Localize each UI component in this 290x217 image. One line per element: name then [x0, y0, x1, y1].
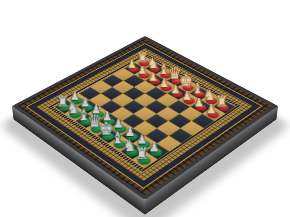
piece-red-gold-pawn-a7: ♟	[127, 60, 136, 70]
product-photo-scene: ♜♞♝♛♚♝♞♜♟♟♟♟♟♟♟♟♟♟♟♟♟♟♟♟♜♞♝♛♚♝♞♜	[0, 0, 290, 217]
piece-green-silver-pawn-h2: ♟	[149, 141, 160, 153]
piece-red-gold-pawn-b7: ♟	[138, 66, 147, 76]
chess-board: ♜♞♝♛♚♝♞♜♟♟♟♟♟♟♟♟♟♟♟♟♟♟♟♟♜♞♝♛♚♝♞♜	[53, 56, 236, 168]
piece-red-gold-pawn-h7: ♟	[206, 104, 216, 115]
piece-red-gold-pawn-d7: ♟	[159, 78, 169, 89]
piece-red-gold-bishop-f8: ♝	[192, 81, 204, 95]
square-f5	[156, 107, 179, 121]
square-h8: ♜	[213, 100, 236, 114]
chess-case: ♜♞♝♛♚♝♞♜♟♟♟♟♟♟♟♟♟♟♟♟♟♟♟♟♜♞♝♛♚♝♞♜	[12, 36, 278, 200]
piece-green-silver-pawn-g2: ♟	[137, 134, 148, 146]
carved-frame: ♜♞♝♛♚♝♞♜♟♟♟♟♟♟♟♟♟♟♟♟♟♟♟♟♜♞♝♛♚♝♞♜	[18, 39, 273, 196]
piece-green-silver-rook-h1: ♜	[135, 146, 149, 161]
square-g6	[179, 107, 202, 121]
piece-red-gold-rook-h8: ♜	[215, 95, 228, 109]
piece-red-gold-pawn-c7: ♟	[148, 72, 157, 83]
piece-red-gold-knight-g8: ♞	[203, 88, 215, 102]
piece-red-gold-pawn-f7: ♟	[182, 91, 192, 102]
piece-green-silver-pawn-f2: ♟	[125, 126, 135, 138]
piece-red-gold-pawn-g7: ♟	[194, 98, 204, 109]
square-e4	[134, 107, 157, 121]
square-e6	[156, 93, 178, 106]
piece-red-gold-pawn-e7: ♟	[171, 84, 181, 95]
